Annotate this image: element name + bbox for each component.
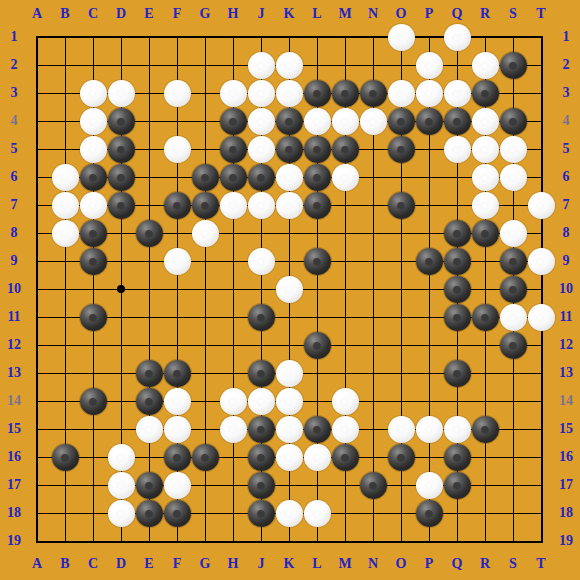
white-stone-J14: ○ — [248, 388, 275, 415]
black-stone-R11: ● — [472, 304, 499, 331]
black-stone-J17: ● — [248, 472, 275, 499]
white-stone-L16: ○ — [304, 444, 331, 471]
white-stone-O3: ○ — [388, 80, 415, 107]
row-label-left-5: 5 — [11, 141, 18, 157]
col-label-top-L: L — [312, 6, 321, 22]
white-stone-R4: ○ — [472, 108, 499, 135]
col-label-bottom-N: N — [368, 556, 378, 572]
black-stone-E17: ● — [136, 472, 163, 499]
white-stone-C3: ○ — [80, 80, 107, 107]
black-stone-F13: ● — [164, 360, 191, 387]
black-stone-J15: ● — [248, 416, 275, 443]
black-stone-O4: ● — [388, 108, 415, 135]
black-stone-L9: ● — [304, 248, 331, 275]
col-label-top-S: S — [509, 6, 517, 22]
white-stone-T7: ○ — [528, 192, 555, 219]
black-stone-J18: ● — [248, 500, 275, 527]
col-label-bottom-L: L — [312, 556, 321, 572]
black-stone-P9: ● — [416, 248, 443, 275]
black-stone-Q11: ● — [444, 304, 471, 331]
col-label-bottom-C: C — [88, 556, 98, 572]
black-stone-F16: ● — [164, 444, 191, 471]
black-stone-R15: ● — [472, 416, 499, 443]
white-stone-C5: ○ — [80, 136, 107, 163]
col-label-bottom-A: A — [32, 556, 42, 572]
white-stone-F3: ○ — [164, 80, 191, 107]
black-stone-N17: ● — [360, 472, 387, 499]
black-stone-J6: ● — [248, 164, 275, 191]
col-label-bottom-R: R — [480, 556, 490, 572]
col-label-top-E: E — [144, 6, 153, 22]
white-stone-C7: ○ — [80, 192, 107, 219]
white-stone-B6: ○ — [52, 164, 79, 191]
white-stone-T9: ○ — [528, 248, 555, 275]
col-label-top-A: A — [32, 6, 42, 22]
black-stone-G16: ● — [192, 444, 219, 471]
col-label-top-N: N — [368, 6, 378, 22]
white-stone-K6: ○ — [276, 164, 303, 191]
row-label-left-18: 18 — [7, 505, 21, 521]
white-stone-F17: ○ — [164, 472, 191, 499]
row-label-left-14: 14 — [7, 393, 21, 409]
white-stone-Q1: ○ — [444, 24, 471, 51]
row-label-left-19: 19 — [7, 533, 21, 549]
col-label-top-F: F — [173, 6, 182, 22]
col-label-top-J: J — [258, 6, 265, 22]
row-label-left-17: 17 — [7, 477, 21, 493]
row-label-right-1: 1 — [563, 29, 570, 45]
white-stone-M15: ○ — [332, 416, 359, 443]
white-stone-J4: ○ — [248, 108, 275, 135]
white-stone-C4: ○ — [80, 108, 107, 135]
black-stone-K4: ● — [276, 108, 303, 135]
white-stone-K7: ○ — [276, 192, 303, 219]
black-stone-L15: ● — [304, 416, 331, 443]
row-label-left-3: 3 — [11, 85, 18, 101]
black-stone-S10: ● — [500, 276, 527, 303]
row-label-right-2: 2 — [563, 57, 570, 73]
col-label-bottom-P: P — [425, 556, 434, 572]
white-stone-R7: ○ — [472, 192, 499, 219]
row-label-right-11: 11 — [559, 309, 572, 325]
row-label-left-6: 6 — [11, 169, 18, 185]
white-stone-S6: ○ — [500, 164, 527, 191]
row-label-left-9: 9 — [11, 253, 18, 269]
white-stone-H14: ○ — [220, 388, 247, 415]
row-label-right-7: 7 — [563, 197, 570, 213]
col-label-top-D: D — [116, 6, 126, 22]
row-label-right-17: 17 — [559, 477, 573, 493]
black-stone-M3: ● — [332, 80, 359, 107]
black-stone-L6: ● — [304, 164, 331, 191]
white-stone-F15: ○ — [164, 416, 191, 443]
row-label-right-10: 10 — [559, 281, 573, 297]
row-label-right-8: 8 — [563, 225, 570, 241]
white-stone-N4: ○ — [360, 108, 387, 135]
col-label-top-Q: Q — [452, 6, 463, 22]
col-label-bottom-F: F — [173, 556, 182, 572]
black-stone-C6: ● — [80, 164, 107, 191]
row-label-left-8: 8 — [11, 225, 18, 241]
black-stone-S4: ● — [500, 108, 527, 135]
white-stone-B7: ○ — [52, 192, 79, 219]
star-point-d10 — [117, 285, 125, 293]
black-stone-H5: ● — [220, 136, 247, 163]
row-label-left-16: 16 — [7, 449, 21, 465]
col-label-bottom-J: J — [258, 556, 265, 572]
white-stone-J2: ○ — [248, 52, 275, 79]
col-label-bottom-D: D — [116, 556, 126, 572]
white-stone-F9: ○ — [164, 248, 191, 275]
black-stone-E13: ● — [136, 360, 163, 387]
black-stone-C14: ● — [80, 388, 107, 415]
col-label-top-T: T — [536, 6, 545, 22]
white-stone-H7: ○ — [220, 192, 247, 219]
white-stone-S5: ○ — [500, 136, 527, 163]
black-stone-F18: ● — [164, 500, 191, 527]
white-stone-R2: ○ — [472, 52, 499, 79]
row-label-left-2: 2 — [11, 57, 18, 73]
row-label-right-12: 12 — [559, 337, 573, 353]
black-stone-P18: ● — [416, 500, 443, 527]
white-stone-K16: ○ — [276, 444, 303, 471]
col-label-top-O: O — [396, 6, 407, 22]
white-stone-H3: ○ — [220, 80, 247, 107]
black-stone-D4: ● — [108, 108, 135, 135]
white-stone-J9: ○ — [248, 248, 275, 275]
white-stone-F5: ○ — [164, 136, 191, 163]
white-stone-J5: ○ — [248, 136, 275, 163]
black-stone-Q9: ● — [444, 248, 471, 275]
white-stone-G8: ○ — [192, 220, 219, 247]
black-stone-G7: ● — [192, 192, 219, 219]
white-stone-F14: ○ — [164, 388, 191, 415]
row-label-left-13: 13 — [7, 365, 21, 381]
black-stone-Q8: ● — [444, 220, 471, 247]
white-stone-Q3: ○ — [444, 80, 471, 107]
black-stone-F7: ● — [164, 192, 191, 219]
row-label-right-3: 3 — [563, 85, 570, 101]
black-stone-K5: ● — [276, 136, 303, 163]
col-label-bottom-B: B — [60, 556, 69, 572]
col-label-top-G: G — [200, 6, 211, 22]
white-stone-K10: ○ — [276, 276, 303, 303]
black-stone-O7: ● — [388, 192, 415, 219]
row-label-left-10: 10 — [7, 281, 21, 297]
white-stone-K15: ○ — [276, 416, 303, 443]
row-label-right-13: 13 — [559, 365, 573, 381]
black-stone-R3: ● — [472, 80, 499, 107]
black-stone-J16: ● — [248, 444, 275, 471]
row-label-right-4: 4 — [563, 113, 570, 129]
white-stone-K2: ○ — [276, 52, 303, 79]
go-board[interactable]: AABBCCDDEEFFGGHHJJKKLLMMNNOOPPQQRRSSTT11… — [0, 0, 580, 580]
black-stone-L3: ● — [304, 80, 331, 107]
white-stone-P2: ○ — [416, 52, 443, 79]
white-stone-S11: ○ — [500, 304, 527, 331]
white-stone-Q5: ○ — [444, 136, 471, 163]
row-label-left-15: 15 — [7, 421, 21, 437]
row-label-left-4: 4 — [11, 113, 18, 129]
black-stone-D5: ● — [108, 136, 135, 163]
col-label-top-M: M — [338, 6, 351, 22]
col-label-bottom-E: E — [144, 556, 153, 572]
white-stone-Q15: ○ — [444, 416, 471, 443]
col-label-top-K: K — [284, 6, 295, 22]
row-label-right-15: 15 — [559, 421, 573, 437]
white-stone-J7: ○ — [248, 192, 275, 219]
row-label-left-7: 7 — [11, 197, 18, 213]
col-label-bottom-H: H — [228, 556, 239, 572]
black-stone-E8: ● — [136, 220, 163, 247]
white-stone-H15: ○ — [220, 416, 247, 443]
black-stone-D7: ● — [108, 192, 135, 219]
col-label-bottom-S: S — [509, 556, 517, 572]
white-stone-K13: ○ — [276, 360, 303, 387]
black-stone-L7: ● — [304, 192, 331, 219]
white-stone-P15: ○ — [416, 416, 443, 443]
white-stone-B8: ○ — [52, 220, 79, 247]
white-stone-D16: ○ — [108, 444, 135, 471]
white-stone-K18: ○ — [276, 500, 303, 527]
black-stone-C9: ● — [80, 248, 107, 275]
black-stone-L5: ● — [304, 136, 331, 163]
white-stone-M6: ○ — [332, 164, 359, 191]
black-stone-E14: ● — [136, 388, 163, 415]
col-label-top-B: B — [60, 6, 69, 22]
white-stone-O15: ○ — [388, 416, 415, 443]
black-stone-S12: ● — [500, 332, 527, 359]
black-stone-R8: ● — [472, 220, 499, 247]
white-stone-P3: ○ — [416, 80, 443, 107]
col-label-top-P: P — [425, 6, 434, 22]
white-stone-K14: ○ — [276, 388, 303, 415]
black-stone-E18: ● — [136, 500, 163, 527]
white-stone-L18: ○ — [304, 500, 331, 527]
black-stone-Q16: ● — [444, 444, 471, 471]
black-stone-M16: ● — [332, 444, 359, 471]
black-stone-J13: ● — [248, 360, 275, 387]
row-label-left-11: 11 — [7, 309, 20, 325]
white-stone-D3: ○ — [108, 80, 135, 107]
col-label-bottom-M: M — [338, 556, 351, 572]
white-stone-R6: ○ — [472, 164, 499, 191]
row-label-right-9: 9 — [563, 253, 570, 269]
black-stone-N3: ● — [360, 80, 387, 107]
black-stone-G6: ● — [192, 164, 219, 191]
white-stone-D18: ○ — [108, 500, 135, 527]
black-stone-Q4: ● — [444, 108, 471, 135]
white-stone-J3: ○ — [248, 80, 275, 107]
col-label-bottom-K: K — [284, 556, 295, 572]
black-stone-Q10: ● — [444, 276, 471, 303]
black-stone-D6: ● — [108, 164, 135, 191]
black-stone-J11: ● — [248, 304, 275, 331]
col-label-bottom-T: T — [536, 556, 545, 572]
white-stone-P17: ○ — [416, 472, 443, 499]
col-label-bottom-G: G — [200, 556, 211, 572]
col-label-bottom-O: O — [396, 556, 407, 572]
row-label-right-19: 19 — [559, 533, 573, 549]
row-label-right-5: 5 — [563, 141, 570, 157]
black-stone-S2: ● — [500, 52, 527, 79]
black-stone-C8: ● — [80, 220, 107, 247]
col-label-bottom-Q: Q — [452, 556, 463, 572]
black-stone-B16: ● — [52, 444, 79, 471]
white-stone-S8: ○ — [500, 220, 527, 247]
black-stone-S9: ● — [500, 248, 527, 275]
black-stone-C11: ● — [80, 304, 107, 331]
col-label-top-H: H — [228, 6, 239, 22]
black-stone-Q13: ● — [444, 360, 471, 387]
white-stone-L4: ○ — [304, 108, 331, 135]
white-stone-R5: ○ — [472, 136, 499, 163]
white-stone-K3: ○ — [276, 80, 303, 107]
white-stone-E15: ○ — [136, 416, 163, 443]
black-stone-Q17: ● — [444, 472, 471, 499]
black-stone-L12: ● — [304, 332, 331, 359]
white-stone-M4: ○ — [332, 108, 359, 135]
row-label-right-18: 18 — [559, 505, 573, 521]
black-stone-O5: ● — [388, 136, 415, 163]
white-stone-O1: ○ — [388, 24, 415, 51]
row-label-right-16: 16 — [559, 449, 573, 465]
black-stone-O16: ● — [388, 444, 415, 471]
row-label-left-1: 1 — [11, 29, 18, 45]
black-stone-H6: ● — [220, 164, 247, 191]
black-stone-P4: ● — [416, 108, 443, 135]
col-label-top-R: R — [480, 6, 490, 22]
row-label-left-12: 12 — [7, 337, 21, 353]
black-stone-H4: ● — [220, 108, 247, 135]
white-stone-M14: ○ — [332, 388, 359, 415]
black-stone-M5: ● — [332, 136, 359, 163]
white-stone-T11: ○ — [528, 304, 555, 331]
col-label-top-C: C — [88, 6, 98, 22]
row-label-right-14: 14 — [559, 393, 573, 409]
white-stone-D17: ○ — [108, 472, 135, 499]
row-label-right-6: 6 — [563, 169, 570, 185]
